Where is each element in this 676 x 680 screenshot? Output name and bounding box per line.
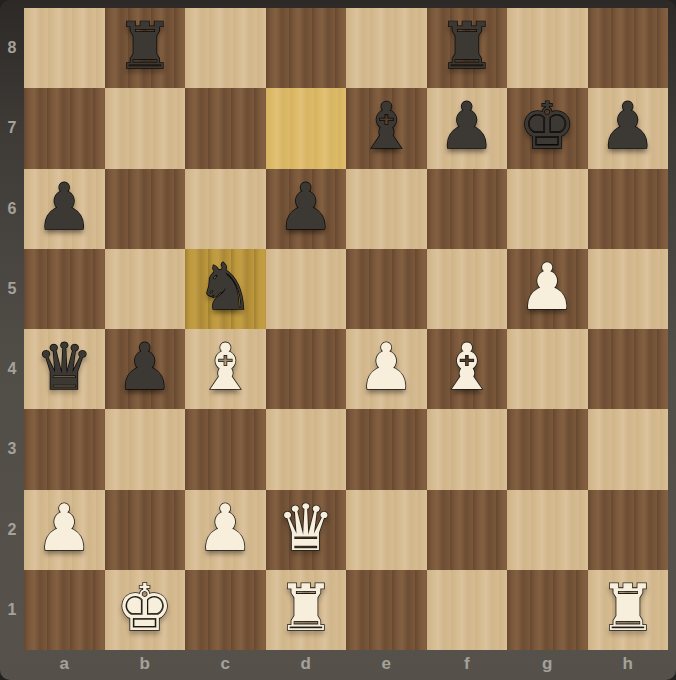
square-g2[interactable] [507,490,588,570]
square-b4[interactable]: ♟ [105,329,186,409]
square-f5[interactable] [427,249,508,329]
square-f8[interactable]: ♜ [427,8,508,88]
piece-black-rook-f8[interactable]: ♜ [438,14,495,78]
square-h6[interactable] [588,169,669,249]
piece-black-pawn-h7[interactable]: ♟ [599,94,656,158]
piece-white-bishop-f4[interactable]: ♝ [438,335,495,399]
file-label-d: d [266,650,347,680]
square-b6[interactable] [105,169,186,249]
square-h1[interactable]: ♜ [588,570,669,650]
square-g7[interactable]: ♚ [507,88,588,168]
rank-label-5: 5 [0,249,24,329]
file-labels: abcdefgh [24,650,668,680]
square-b3[interactable] [105,409,186,489]
piece-black-queen-a4[interactable]: ♛ [36,335,93,399]
rank-labels: 87654321 [0,8,24,650]
file-label-a: a [24,650,105,680]
square-a2[interactable]: ♟ [24,490,105,570]
file-label-g: g [507,650,588,680]
square-h8[interactable] [588,8,669,88]
rank-label-2: 2 [0,490,24,570]
piece-black-pawn-b4[interactable]: ♟ [116,335,173,399]
piece-white-pawn-a2[interactable]: ♟ [36,496,93,560]
piece-black-pawn-d6[interactable]: ♟ [277,175,334,239]
square-a3[interactable] [24,409,105,489]
piece-white-pawn-e4[interactable]: ♟ [358,335,415,399]
piece-white-king-b1[interactable]: ♚ [116,576,173,640]
piece-black-knight-c5[interactable]: ♞ [197,255,254,319]
square-c1[interactable] [185,570,266,650]
file-label-e: e [346,650,427,680]
piece-white-pawn-g5[interactable]: ♟ [519,255,576,319]
file-label-f: f [427,650,508,680]
square-d7[interactable] [266,88,347,168]
square-d3[interactable] [266,409,347,489]
rank-label-3: 3 [0,409,24,489]
square-h4[interactable] [588,329,669,409]
square-c3[interactable] [185,409,266,489]
square-f3[interactable] [427,409,508,489]
square-h7[interactable]: ♟ [588,88,669,168]
square-b1[interactable]: ♚ [105,570,186,650]
piece-white-pawn-c2[interactable]: ♟ [197,496,254,560]
square-a8[interactable] [24,8,105,88]
square-g8[interactable] [507,8,588,88]
piece-black-pawn-f7[interactable]: ♟ [438,94,495,158]
square-g3[interactable] [507,409,588,489]
piece-white-rook-d1[interactable]: ♜ [277,576,334,640]
square-f1[interactable] [427,570,508,650]
square-b7[interactable] [105,88,186,168]
square-g6[interactable] [507,169,588,249]
square-d1[interactable]: ♜ [266,570,347,650]
square-e4[interactable]: ♟ [346,329,427,409]
square-e7[interactable]: ♝ [346,88,427,168]
square-g1[interactable] [507,570,588,650]
square-a7[interactable] [24,88,105,168]
square-e6[interactable] [346,169,427,249]
square-f7[interactable]: ♟ [427,88,508,168]
square-h5[interactable] [588,249,669,329]
file-label-b: b [105,650,186,680]
piece-black-rook-b8[interactable]: ♜ [116,14,173,78]
square-f4[interactable]: ♝ [427,329,508,409]
square-a1[interactable] [24,570,105,650]
square-a6[interactable]: ♟ [24,169,105,249]
rank-label-8: 8 [0,8,24,88]
piece-black-bishop-e7[interactable]: ♝ [358,94,415,158]
rank-label-4: 4 [0,329,24,409]
square-d8[interactable] [266,8,347,88]
square-c7[interactable] [185,88,266,168]
piece-white-bishop-c4[interactable]: ♝ [197,335,254,399]
square-c8[interactable] [185,8,266,88]
chess-app-frame: 87654321 ♜♜♝♟♚♟♟♟♞♟♛♟♝♟♝♟♟♛♚♜♜ abcdefgh [0,0,676,680]
square-e3[interactable] [346,409,427,489]
square-c4[interactable]: ♝ [185,329,266,409]
square-d6[interactable]: ♟ [266,169,347,249]
rank-label-7: 7 [0,88,24,168]
square-b8[interactable]: ♜ [105,8,186,88]
square-e8[interactable] [346,8,427,88]
square-g4[interactable] [507,329,588,409]
square-c6[interactable] [185,169,266,249]
square-g5[interactable]: ♟ [507,249,588,329]
square-d2[interactable]: ♛ [266,490,347,570]
file-label-c: c [185,650,266,680]
piece-white-rook-h1[interactable]: ♜ [599,576,656,640]
file-label-h: h [588,650,669,680]
rank-label-6: 6 [0,169,24,249]
square-b2[interactable] [105,490,186,570]
square-a4[interactable]: ♛ [24,329,105,409]
square-e5[interactable] [346,249,427,329]
square-e2[interactable] [346,490,427,570]
square-f2[interactable] [427,490,508,570]
piece-black-king-g7[interactable]: ♚ [519,94,576,158]
chess-board: ♜♜♝♟♚♟♟♟♞♟♛♟♝♟♝♟♟♛♚♜♜ [24,8,668,650]
square-d4[interactable] [266,329,347,409]
square-h2[interactable] [588,490,669,570]
square-b5[interactable] [105,249,186,329]
square-c5[interactable]: ♞ [185,249,266,329]
square-c2[interactable]: ♟ [185,490,266,570]
square-d5[interactable] [266,249,347,329]
piece-black-pawn-a6[interactable]: ♟ [36,175,93,239]
square-e1[interactable] [346,570,427,650]
square-f6[interactable] [427,169,508,249]
rank-label-1: 1 [0,570,24,650]
piece-white-queen-d2[interactable]: ♛ [277,496,334,560]
square-a5[interactable] [24,249,105,329]
square-h3[interactable] [588,409,669,489]
